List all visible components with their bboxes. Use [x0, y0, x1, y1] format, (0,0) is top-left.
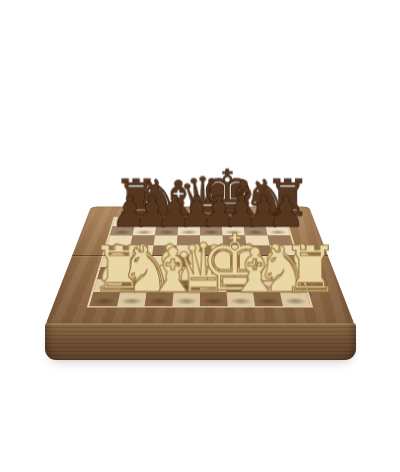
piece-white-king: ♚ — [200, 224, 227, 301]
piece-white-bishop: ♝ — [227, 240, 254, 301]
piece-white-rook: ♜ — [91, 238, 118, 302]
piece-black-pawn: ♟ — [111, 190, 133, 233]
square-d1: ♛ — [172, 292, 200, 306]
square-f1: ♝ — [227, 292, 256, 306]
piece-white-knight: ♞ — [118, 238, 145, 302]
piece-white-knight: ♞ — [255, 238, 282, 302]
square-h1: ♜ — [280, 292, 311, 306]
square-e1: ♚ — [200, 292, 228, 306]
square-b1: ♞ — [117, 292, 147, 306]
product-photo-canvas: ♜♞♝♛♚♝♞♜♟♟♟♟♟♟♟♟♟♟♟♟♟♟♟♟♜♞♝♛♚♝♞♜ — [0, 0, 400, 472]
square-g1: ♞ — [253, 292, 283, 306]
piece-black-pawn: ♟ — [267, 190, 289, 233]
square-c1: ♝ — [145, 292, 174, 306]
square-a1: ♜ — [89, 292, 120, 306]
piece-black-pawn: ♟ — [133, 190, 155, 233]
piece-black-pawn: ♟ — [155, 190, 177, 233]
board-grid: ♜♞♝♛♚♝♞♜♟♟♟♟♟♟♟♟♟♟♟♟♟♟♟♟♜♞♝♛♚♝♞♜ — [87, 217, 313, 308]
piece-white-bishop: ♝ — [145, 240, 172, 301]
piece-black-pawn: ♟ — [178, 190, 200, 233]
chess-scene: ♜♞♝♛♚♝♞♜♟♟♟♟♟♟♟♟♟♟♟♟♟♟♟♟♜♞♝♛♚♝♞♜ — [0, 0, 400, 472]
piece-white-rook: ♜ — [282, 238, 309, 302]
chess-board: ♜♞♝♛♚♝♞♜♟♟♟♟♟♟♟♟♟♟♟♟♟♟♟♟♜♞♝♛♚♝♞♜ — [45, 207, 355, 327]
piece-white-queen: ♛ — [173, 234, 200, 302]
board-front-edge — [45, 323, 356, 360]
